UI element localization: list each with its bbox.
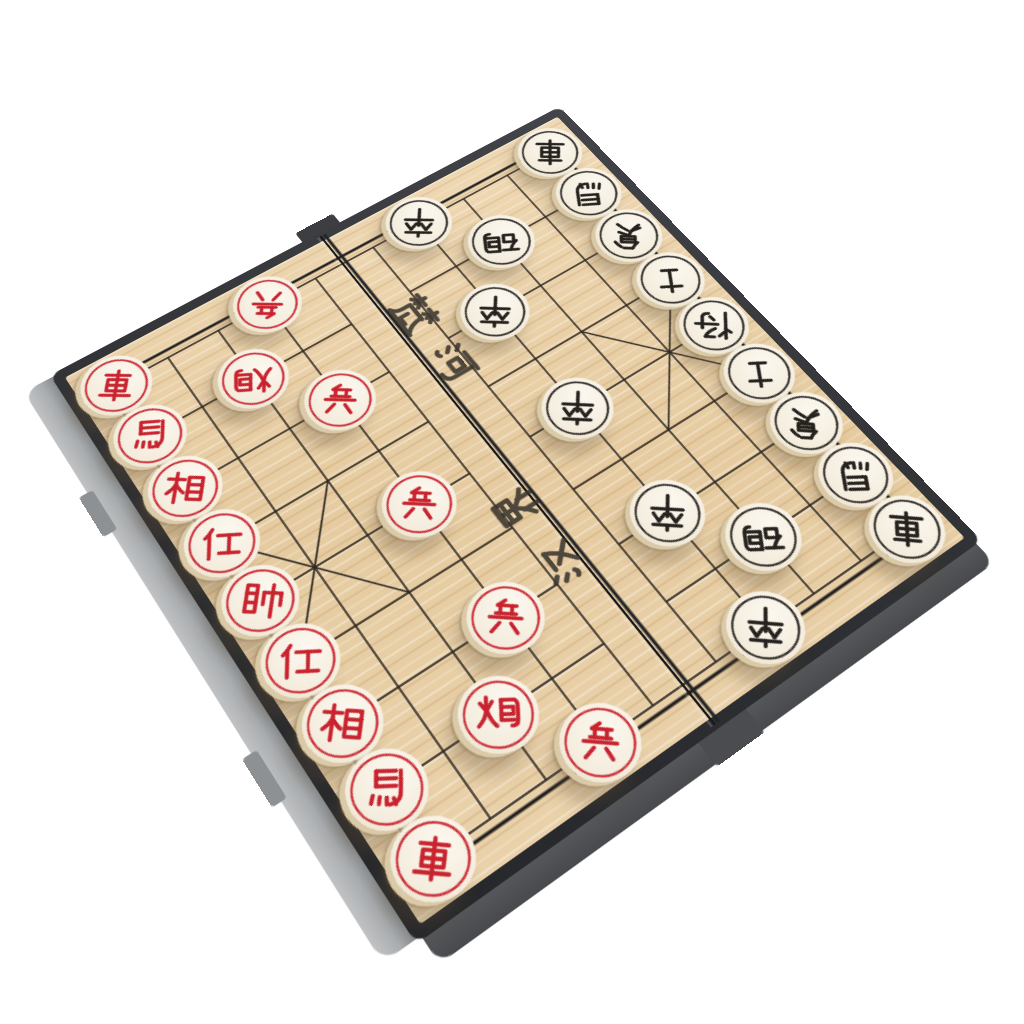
xiangqi-board [50, 107, 982, 945]
product-photo-stage: { "game": "Xiangqi (Chinese Chess)", "sc… [0, 0, 1024, 1024]
